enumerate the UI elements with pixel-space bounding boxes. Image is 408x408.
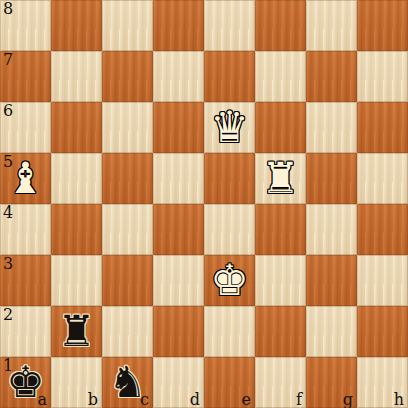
square-b8[interactable] bbox=[51, 0, 102, 51]
piece-white-king-e3[interactable]: ♚ bbox=[204, 255, 255, 306]
square-g7[interactable] bbox=[306, 51, 357, 102]
file-label-g: g bbox=[343, 391, 353, 408]
square-d4[interactable] bbox=[153, 204, 204, 255]
piece-white-rook-f5[interactable]: ♜ bbox=[255, 153, 306, 204]
square-f7[interactable] bbox=[255, 51, 306, 102]
square-g6[interactable] bbox=[306, 102, 357, 153]
square-a4[interactable]: 4 bbox=[0, 204, 51, 255]
square-c3[interactable] bbox=[102, 255, 153, 306]
square-h2[interactable] bbox=[357, 306, 408, 357]
square-h4[interactable] bbox=[357, 204, 408, 255]
square-e6[interactable]: ♛ bbox=[204, 102, 255, 153]
square-f8[interactable] bbox=[255, 0, 306, 51]
square-a1[interactable]: 1a♚ bbox=[0, 357, 51, 408]
square-b3[interactable] bbox=[51, 255, 102, 306]
square-c2[interactable] bbox=[102, 306, 153, 357]
square-g5[interactable] bbox=[306, 153, 357, 204]
square-b7[interactable] bbox=[51, 51, 102, 102]
square-c4[interactable] bbox=[102, 204, 153, 255]
piece-black-rook-b2[interactable]: ♜ bbox=[51, 306, 102, 357]
square-b1[interactable]: b bbox=[51, 357, 102, 408]
square-e4[interactable] bbox=[204, 204, 255, 255]
square-h3[interactable] bbox=[357, 255, 408, 306]
square-h8[interactable] bbox=[357, 0, 408, 51]
square-d3[interactable] bbox=[153, 255, 204, 306]
file-label-f: f bbox=[296, 391, 302, 408]
square-b4[interactable] bbox=[51, 204, 102, 255]
piece-black-king-a1[interactable]: ♚ bbox=[0, 357, 51, 408]
rank-label-8: 8 bbox=[3, 0, 13, 18]
rank-label-4: 4 bbox=[3, 204, 13, 222]
square-f2[interactable] bbox=[255, 306, 306, 357]
square-h1[interactable]: h bbox=[357, 357, 408, 408]
square-g4[interactable] bbox=[306, 204, 357, 255]
square-e7[interactable] bbox=[204, 51, 255, 102]
square-d6[interactable] bbox=[153, 102, 204, 153]
square-a5[interactable]: 5♝ bbox=[0, 153, 51, 204]
file-label-e: e bbox=[242, 391, 251, 408]
square-e1[interactable]: e bbox=[204, 357, 255, 408]
square-c1[interactable]: c♞ bbox=[102, 357, 153, 408]
piece-white-bishop-a5[interactable]: ♝ bbox=[0, 153, 51, 204]
piece-black-knight-c1[interactable]: ♞ bbox=[102, 357, 153, 408]
square-f6[interactable] bbox=[255, 102, 306, 153]
square-g3[interactable] bbox=[306, 255, 357, 306]
square-e5[interactable] bbox=[204, 153, 255, 204]
rank-label-6: 6 bbox=[3, 102, 13, 120]
square-f5[interactable]: ♜ bbox=[255, 153, 306, 204]
square-d5[interactable] bbox=[153, 153, 204, 204]
square-f3[interactable] bbox=[255, 255, 306, 306]
square-g1[interactable]: g bbox=[306, 357, 357, 408]
chess-board: 876♛5♝♜43♚2♜1a♚bc♞defgh bbox=[0, 0, 408, 408]
square-g8[interactable] bbox=[306, 0, 357, 51]
rank-label-7: 7 bbox=[3, 51, 13, 69]
square-d7[interactable] bbox=[153, 51, 204, 102]
square-a8[interactable]: 8 bbox=[0, 0, 51, 51]
square-b2[interactable]: ♜ bbox=[51, 306, 102, 357]
square-f4[interactable] bbox=[255, 204, 306, 255]
square-b5[interactable] bbox=[51, 153, 102, 204]
square-a2[interactable]: 2 bbox=[0, 306, 51, 357]
square-h6[interactable] bbox=[357, 102, 408, 153]
square-a6[interactable]: 6 bbox=[0, 102, 51, 153]
file-label-h: h bbox=[394, 391, 404, 408]
square-b6[interactable] bbox=[51, 102, 102, 153]
square-g2[interactable] bbox=[306, 306, 357, 357]
square-e8[interactable] bbox=[204, 0, 255, 51]
square-e3[interactable]: ♚ bbox=[204, 255, 255, 306]
rank-label-2: 2 bbox=[3, 306, 13, 324]
piece-white-queen-e6[interactable]: ♛ bbox=[204, 102, 255, 153]
square-c5[interactable] bbox=[102, 153, 153, 204]
square-d8[interactable] bbox=[153, 0, 204, 51]
square-a3[interactable]: 3 bbox=[0, 255, 51, 306]
rank-label-3: 3 bbox=[3, 255, 13, 273]
square-c6[interactable] bbox=[102, 102, 153, 153]
file-label-b: b bbox=[88, 391, 98, 408]
file-label-d: d bbox=[190, 391, 200, 408]
square-a7[interactable]: 7 bbox=[0, 51, 51, 102]
square-f1[interactable]: f bbox=[255, 357, 306, 408]
square-d1[interactable]: d bbox=[153, 357, 204, 408]
square-h7[interactable] bbox=[357, 51, 408, 102]
square-e2[interactable] bbox=[204, 306, 255, 357]
square-d2[interactable] bbox=[153, 306, 204, 357]
square-h5[interactable] bbox=[357, 153, 408, 204]
square-c7[interactable] bbox=[102, 51, 153, 102]
square-c8[interactable] bbox=[102, 0, 153, 51]
